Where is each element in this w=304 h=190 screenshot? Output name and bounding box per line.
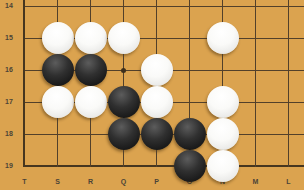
black-stone-R16[interactable] bbox=[75, 54, 107, 86]
intersection-N19[interactable] bbox=[206, 150, 239, 182]
white-stone-S17[interactable] bbox=[42, 86, 74, 118]
black-stone-P18[interactable] bbox=[141, 118, 173, 150]
intersection-P18[interactable] bbox=[140, 118, 173, 150]
intersection-P17[interactable] bbox=[140, 86, 173, 118]
intersection-Q14[interactable] bbox=[107, 0, 140, 22]
intersection-O14[interactable] bbox=[173, 0, 206, 22]
intersection-L17[interactable] bbox=[272, 86, 304, 118]
intersection-N18[interactable] bbox=[206, 118, 239, 150]
white-stone-P17[interactable] bbox=[141, 86, 173, 118]
go-board: 141516171819TSRQPONML bbox=[0, 0, 304, 190]
intersection-S14[interactable] bbox=[41, 0, 74, 22]
intersection-O17[interactable] bbox=[173, 86, 206, 118]
intersection-S18[interactable] bbox=[41, 118, 74, 150]
white-stone-S15[interactable] bbox=[42, 22, 74, 54]
intersection-R18[interactable] bbox=[74, 118, 107, 150]
intersection-O15[interactable] bbox=[173, 22, 206, 54]
intersection-R16[interactable] bbox=[74, 54, 107, 86]
intersection-L18[interactable] bbox=[272, 118, 304, 150]
intersection-T16[interactable] bbox=[8, 54, 41, 86]
intersection-Q16[interactable] bbox=[107, 54, 140, 86]
black-stone-Q18[interactable] bbox=[108, 118, 140, 150]
intersection-P19[interactable] bbox=[140, 150, 173, 182]
intersection-S16[interactable] bbox=[41, 54, 74, 86]
white-stone-N19[interactable] bbox=[207, 150, 239, 182]
intersection-T15[interactable] bbox=[8, 22, 41, 54]
intersection-L15[interactable] bbox=[272, 22, 304, 54]
intersection-P16[interactable] bbox=[140, 54, 173, 86]
intersection-T18[interactable] bbox=[8, 118, 41, 150]
intersection-M19[interactable] bbox=[239, 150, 272, 182]
intersection-Q19[interactable] bbox=[107, 150, 140, 182]
intersection-R14[interactable] bbox=[74, 0, 107, 22]
white-stone-N18[interactable] bbox=[207, 118, 239, 150]
intersection-O16[interactable] bbox=[173, 54, 206, 86]
intersection-L16[interactable] bbox=[272, 54, 304, 86]
white-stone-Q15[interactable] bbox=[108, 22, 140, 54]
intersection-T19[interactable] bbox=[8, 150, 41, 182]
intersection-P14[interactable] bbox=[140, 0, 173, 22]
intersection-M14[interactable] bbox=[239, 0, 272, 22]
intersection-O18[interactable] bbox=[173, 118, 206, 150]
intersection-N14[interactable] bbox=[206, 0, 239, 22]
intersection-T17[interactable] bbox=[8, 86, 41, 118]
white-stone-N15[interactable] bbox=[207, 22, 239, 54]
intersection-N15[interactable] bbox=[206, 22, 239, 54]
intersection-L19[interactable] bbox=[272, 150, 304, 182]
intersection-S17[interactable] bbox=[41, 86, 74, 118]
black-stone-Q17[interactable] bbox=[108, 86, 140, 118]
black-stone-O19[interactable] bbox=[174, 150, 206, 182]
intersection-Q17[interactable] bbox=[107, 86, 140, 118]
intersection-O19[interactable] bbox=[173, 150, 206, 182]
white-stone-P16[interactable] bbox=[141, 54, 173, 86]
intersection-Q15[interactable] bbox=[107, 22, 140, 54]
intersection-L14[interactable] bbox=[272, 0, 304, 22]
intersection-M15[interactable] bbox=[239, 22, 272, 54]
white-stone-N17[interactable] bbox=[207, 86, 239, 118]
star-point-Q16 bbox=[121, 68, 126, 73]
intersection-Q18[interactable] bbox=[107, 118, 140, 150]
white-stone-R15[interactable] bbox=[75, 22, 107, 54]
black-stone-S16[interactable] bbox=[42, 54, 74, 86]
white-stone-R17[interactable] bbox=[75, 86, 107, 118]
black-stone-O18[interactable] bbox=[174, 118, 206, 150]
intersection-N16[interactable] bbox=[206, 54, 239, 86]
board-grid bbox=[8, 0, 304, 182]
intersection-R19[interactable] bbox=[74, 150, 107, 182]
intersection-S15[interactable] bbox=[41, 22, 74, 54]
intersection-M16[interactable] bbox=[239, 54, 272, 86]
intersection-R15[interactable] bbox=[74, 22, 107, 54]
intersection-T14[interactable] bbox=[8, 0, 41, 22]
intersection-P15[interactable] bbox=[140, 22, 173, 54]
intersection-M17[interactable] bbox=[239, 86, 272, 118]
intersection-N17[interactable] bbox=[206, 86, 239, 118]
intersection-R17[interactable] bbox=[74, 86, 107, 118]
intersection-S19[interactable] bbox=[41, 150, 74, 182]
intersection-M18[interactable] bbox=[239, 118, 272, 150]
